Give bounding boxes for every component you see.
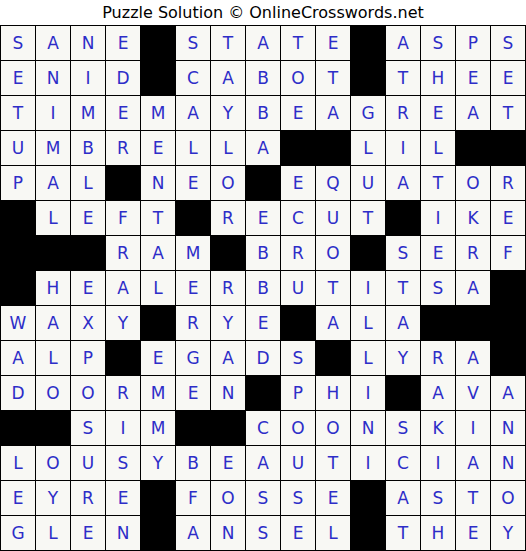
letter-cell-r11c5: M — [141, 376, 175, 410]
black-cell-r11c8 — [246, 376, 280, 410]
letter-cell-r13c8: A — [246, 446, 280, 480]
letter-cell-r5c3: L — [71, 166, 105, 200]
letter-cell-r10c9: S — [281, 341, 315, 375]
letter-cell-r7c8: B — [246, 236, 280, 270]
letter-cell-r6c2: L — [36, 201, 70, 235]
letter-cell-r1c15: S — [491, 26, 525, 60]
black-cell-r9c5 — [141, 306, 175, 340]
letter-cell-r6c8: E — [246, 201, 280, 235]
letter-cell-r4c3: B — [71, 131, 105, 165]
letter-cell-r2c15: E — [491, 61, 525, 95]
letter-cell-r2c7: A — [211, 61, 245, 95]
letter-cell-r8c4: A — [106, 271, 140, 305]
letter-cell-r4c1: U — [1, 131, 35, 165]
letter-cell-r13c15: N — [491, 446, 525, 480]
letter-cell-r9c8: E — [246, 306, 280, 340]
letter-cell-r15c6: A — [176, 516, 210, 550]
letter-cell-r1c6: S — [176, 26, 210, 60]
letter-cell-r13c3: U — [71, 446, 105, 480]
letter-cell-r11c6: E — [176, 376, 210, 410]
black-cell-r2c11 — [351, 61, 385, 95]
letter-cell-r14c9: S — [281, 481, 315, 515]
black-cell-r15c5 — [141, 516, 175, 550]
letter-cell-r14c10: E — [316, 481, 350, 515]
letter-cell-r15c2: L — [36, 516, 70, 550]
black-cell-r9c13 — [421, 306, 455, 340]
black-cell-r9c9 — [281, 306, 315, 340]
letter-cell-r4c5: E — [141, 131, 175, 165]
black-cell-r12c6 — [176, 411, 210, 445]
letter-cell-r9c1: W — [1, 306, 35, 340]
letter-cell-r9c10: A — [316, 306, 350, 340]
letter-cell-r15c8: S — [246, 516, 280, 550]
letter-cell-r4c4: R — [106, 131, 140, 165]
black-cell-r8c15 — [491, 271, 525, 305]
letter-cell-r3c1: T — [1, 96, 35, 130]
letter-cell-r3c15: T — [491, 96, 525, 130]
letter-cell-r7c4: R — [106, 236, 140, 270]
black-cell-r6c12 — [386, 201, 420, 235]
letter-cell-r13c7: E — [211, 446, 245, 480]
black-cell-r12c7 — [211, 411, 245, 445]
letter-cell-r9c11: L — [351, 306, 385, 340]
letter-cell-r10c11: L — [351, 341, 385, 375]
letter-cell-r14c15: O — [491, 481, 525, 515]
letter-cell-r3c2: I — [36, 96, 70, 130]
letter-cell-r13c10: T — [316, 446, 350, 480]
black-cell-r5c4 — [106, 166, 140, 200]
letter-cell-r12c15: N — [491, 411, 525, 445]
letter-cell-r10c6: G — [176, 341, 210, 375]
letter-cell-r11c10: H — [316, 376, 350, 410]
letter-cell-r2c6: C — [176, 61, 210, 95]
black-cell-r14c5 — [141, 481, 175, 515]
letter-cell-r13c1: L — [1, 446, 35, 480]
letter-cell-r5c10: Q — [316, 166, 350, 200]
letter-cell-r3c13: E — [421, 96, 455, 130]
letter-cell-r6c9: C — [281, 201, 315, 235]
black-cell-r12c1 — [1, 411, 35, 445]
letter-cell-r14c13: S — [421, 481, 455, 515]
letter-cell-r13c12: C — [386, 446, 420, 480]
letter-cell-r14c1: E — [1, 481, 35, 515]
letter-cell-r1c14: P — [456, 26, 490, 60]
letter-cell-r3c4: E — [106, 96, 140, 130]
letter-cell-r9c4: Y — [106, 306, 140, 340]
letter-cell-r10c12: Y — [386, 341, 420, 375]
letter-cell-r2c14: E — [456, 61, 490, 95]
letter-cell-r14c4: E — [106, 481, 140, 515]
black-cell-r7c2 — [36, 236, 70, 270]
page-title: Puzzle Solution © OnlineCrosswords.net — [0, 0, 526, 25]
letter-cell-r14c12: A — [386, 481, 420, 515]
crossword-grid: SANESTATEASPSENIDCABOTTHEETIMEMAYBEAGREA… — [0, 25, 526, 551]
letter-cell-r9c7: Y — [211, 306, 245, 340]
letter-cell-r7c13: E — [421, 236, 455, 270]
letter-cell-r5c11: U — [351, 166, 385, 200]
letter-cell-r5c14: O — [456, 166, 490, 200]
letter-cell-r11c11: I — [351, 376, 385, 410]
letter-cell-r3c10: A — [316, 96, 350, 130]
letter-cell-r15c12: T — [386, 516, 420, 550]
letter-cell-r8c3: E — [71, 271, 105, 305]
letter-cell-r6c11: T — [351, 201, 385, 235]
letter-cell-r6c3: E — [71, 201, 105, 235]
black-cell-r7c1 — [1, 236, 35, 270]
letter-cell-r13c6: B — [176, 446, 210, 480]
black-cell-r1c11 — [351, 26, 385, 60]
letter-cell-r10c3: P — [71, 341, 105, 375]
letter-cell-r3c12: R — [386, 96, 420, 130]
letter-cell-r2c3: I — [71, 61, 105, 95]
letter-cell-r4c6: L — [176, 131, 210, 165]
letter-cell-r1c2: A — [36, 26, 70, 60]
letter-cell-r1c13: S — [421, 26, 455, 60]
letter-cell-r3c8: B — [246, 96, 280, 130]
letter-cell-r14c6: F — [176, 481, 210, 515]
letter-cell-r6c13: I — [421, 201, 455, 235]
letter-cell-r8c9: U — [281, 271, 315, 305]
letter-cell-r1c9: T — [281, 26, 315, 60]
letter-cell-r12c3: S — [71, 411, 105, 445]
letter-cell-r3c6: A — [176, 96, 210, 130]
letter-cell-r5c9: E — [281, 166, 315, 200]
letter-cell-r8c11: I — [351, 271, 385, 305]
letter-cell-r10c1: A — [1, 341, 35, 375]
letter-cell-r4c7: L — [211, 131, 245, 165]
black-cell-r11c12 — [386, 376, 420, 410]
letter-cell-r15c9: E — [281, 516, 315, 550]
letter-cell-r5c7: O — [211, 166, 245, 200]
letter-cell-r8c13: S — [421, 271, 455, 305]
black-cell-r10c10 — [316, 341, 350, 375]
letter-cell-r10c13: R — [421, 341, 455, 375]
black-cell-r9c15 — [491, 306, 525, 340]
letter-cell-r1c3: N — [71, 26, 105, 60]
letter-cell-r3c11: G — [351, 96, 385, 130]
letter-cell-r8c5: L — [141, 271, 175, 305]
letter-cell-r13c11: I — [351, 446, 385, 480]
letter-cell-r11c1: D — [1, 376, 35, 410]
letter-cell-r12c9: O — [281, 411, 315, 445]
letter-cell-r10c14: A — [456, 341, 490, 375]
puzzle-solution-page: Puzzle Solution © OnlineCrosswords.net S… — [0, 0, 526, 551]
letter-cell-r4c8: A — [246, 131, 280, 165]
letter-cell-r11c7: N — [211, 376, 245, 410]
letter-cell-r2c2: N — [36, 61, 70, 95]
letter-cell-r13c13: I — [421, 446, 455, 480]
letter-cell-r5c5: N — [141, 166, 175, 200]
letter-cell-r8c6: E — [176, 271, 210, 305]
letter-cell-r15c1: G — [1, 516, 35, 550]
letter-cell-r1c12: A — [386, 26, 420, 60]
letter-cell-r11c2: O — [36, 376, 70, 410]
letter-cell-r6c15: E — [491, 201, 525, 235]
letter-cell-r3c7: Y — [211, 96, 245, 130]
letter-cell-r7c15: F — [491, 236, 525, 270]
letter-cell-r2c9: O — [281, 61, 315, 95]
black-cell-r15c11 — [351, 516, 385, 550]
letter-cell-r2c8: B — [246, 61, 280, 95]
letter-cell-r9c3: X — [71, 306, 105, 340]
letter-cell-r3c14: A — [456, 96, 490, 130]
black-cell-r10c15 — [491, 341, 525, 375]
letter-cell-r7c6: M — [176, 236, 210, 270]
letter-cell-r7c12: S — [386, 236, 420, 270]
black-cell-r10c4 — [106, 341, 140, 375]
letter-cell-r8c2: H — [36, 271, 70, 305]
letter-cell-r4c2: M — [36, 131, 70, 165]
letter-cell-r10c2: L — [36, 341, 70, 375]
letter-cell-r12c14: I — [456, 411, 490, 445]
letter-cell-r6c7: R — [211, 201, 245, 235]
black-cell-r6c1 — [1, 201, 35, 235]
letter-cell-r12c5: M — [141, 411, 175, 445]
letter-cell-r12c11: N — [351, 411, 385, 445]
letter-cell-r1c10: E — [316, 26, 350, 60]
letter-cell-r3c9: E — [281, 96, 315, 130]
letter-cell-r5c2: A — [36, 166, 70, 200]
black-cell-r6c6 — [176, 201, 210, 235]
letter-cell-r1c7: T — [211, 26, 245, 60]
letter-cell-r2c4: D — [106, 61, 140, 95]
letter-cell-r5c1: P — [1, 166, 35, 200]
letter-cell-r3c3: M — [71, 96, 105, 130]
letter-cell-r9c6: R — [176, 306, 210, 340]
letter-cell-r9c12: A — [386, 306, 420, 340]
letter-cell-r6c14: K — [456, 201, 490, 235]
black-cell-r2c5 — [141, 61, 175, 95]
letter-cell-r11c3: O — [71, 376, 105, 410]
letter-cell-r11c9: P — [281, 376, 315, 410]
letter-cell-r9c2: A — [36, 306, 70, 340]
letter-cell-r11c14: V — [456, 376, 490, 410]
letter-cell-r4c13: L — [421, 131, 455, 165]
letter-cell-r14c14: T — [456, 481, 490, 515]
letter-cell-r15c15: Y — [491, 516, 525, 550]
black-cell-r12c2 — [36, 411, 70, 445]
letter-cell-r7c9: R — [281, 236, 315, 270]
letter-cell-r5c15: R — [491, 166, 525, 200]
letter-cell-r4c11: L — [351, 131, 385, 165]
letter-cell-r15c14: E — [456, 516, 490, 550]
black-cell-r7c11 — [351, 236, 385, 270]
letter-cell-r11c15: A — [491, 376, 525, 410]
letter-cell-r13c5: Y — [141, 446, 175, 480]
letter-cell-r12c10: O — [316, 411, 350, 445]
letter-cell-r8c7: R — [211, 271, 245, 305]
letter-cell-r10c5: E — [141, 341, 175, 375]
letter-cell-r15c10: L — [316, 516, 350, 550]
letter-cell-r1c8: A — [246, 26, 280, 60]
letter-cell-r11c4: R — [106, 376, 140, 410]
letter-cell-r5c12: A — [386, 166, 420, 200]
letter-cell-r2c10: T — [316, 61, 350, 95]
black-cell-r7c7 — [211, 236, 245, 270]
letter-cell-r1c1: S — [1, 26, 35, 60]
black-cell-r7c3 — [71, 236, 105, 270]
letter-cell-r8c12: T — [386, 271, 420, 305]
letter-cell-r8c14: A — [456, 271, 490, 305]
letter-cell-r5c6: E — [176, 166, 210, 200]
letter-cell-r15c7: N — [211, 516, 245, 550]
letter-cell-r15c4: N — [106, 516, 140, 550]
letter-cell-r12c8: C — [246, 411, 280, 445]
letter-cell-r8c10: T — [316, 271, 350, 305]
black-cell-r5c8 — [246, 166, 280, 200]
letter-cell-r10c7: A — [211, 341, 245, 375]
letter-cell-r12c13: K — [421, 411, 455, 445]
black-cell-r4c10 — [316, 131, 350, 165]
black-cell-r9c14 — [456, 306, 490, 340]
letter-cell-r11c13: A — [421, 376, 455, 410]
black-cell-r4c15 — [491, 131, 525, 165]
letter-cell-r7c14: R — [456, 236, 490, 270]
letter-cell-r6c5: T — [141, 201, 175, 235]
letter-cell-r14c3: R — [71, 481, 105, 515]
letter-cell-r14c2: Y — [36, 481, 70, 515]
letter-cell-r14c7: O — [211, 481, 245, 515]
black-cell-r4c14 — [456, 131, 490, 165]
letter-cell-r6c10: U — [316, 201, 350, 235]
letter-cell-r12c12: S — [386, 411, 420, 445]
letter-cell-r4c12: I — [386, 131, 420, 165]
black-cell-r4c9 — [281, 131, 315, 165]
letter-cell-r12c4: I — [106, 411, 140, 445]
letter-cell-r1c4: E — [106, 26, 140, 60]
letter-cell-r13c14: A — [456, 446, 490, 480]
letter-cell-r2c12: T — [386, 61, 420, 95]
letter-cell-r2c1: E — [1, 61, 35, 95]
letter-cell-r5c13: T — [421, 166, 455, 200]
letter-cell-r7c5: A — [141, 236, 175, 270]
letter-cell-r14c8: S — [246, 481, 280, 515]
letter-cell-r15c3: E — [71, 516, 105, 550]
letter-cell-r13c9: U — [281, 446, 315, 480]
letter-cell-r13c4: S — [106, 446, 140, 480]
letter-cell-r7c10: O — [316, 236, 350, 270]
letter-cell-r6c4: F — [106, 201, 140, 235]
letter-cell-r10c8: D — [246, 341, 280, 375]
letter-cell-r8c8: B — [246, 271, 280, 305]
black-cell-r14c11 — [351, 481, 385, 515]
letter-cell-r15c13: H — [421, 516, 455, 550]
letter-cell-r2c13: H — [421, 61, 455, 95]
letter-cell-r3c5: M — [141, 96, 175, 130]
black-cell-r1c5 — [141, 26, 175, 60]
letter-cell-r13c2: O — [36, 446, 70, 480]
black-cell-r8c1 — [1, 271, 35, 305]
